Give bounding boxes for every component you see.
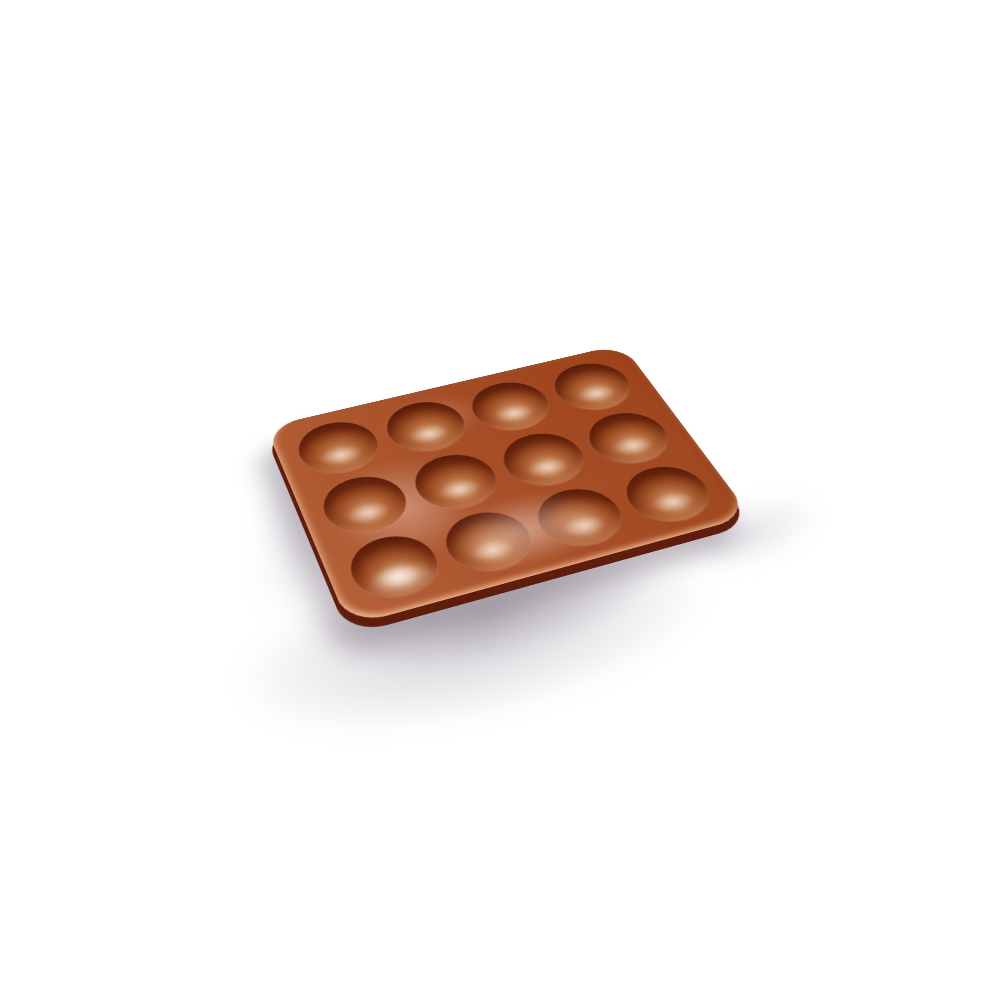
muffin-pan [266,344,751,626]
photo-stage: 12-cup silicone muffin baking pan [0,0,1000,1000]
muffin-cup [341,528,449,606]
cup-grid [282,353,732,613]
pan-body [266,344,751,626]
